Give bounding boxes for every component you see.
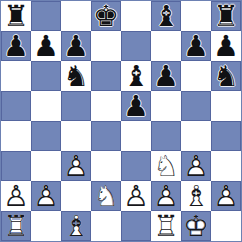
square-a1[interactable]: ♜♖ (1, 211, 31, 241)
white-bishop-icon: ♝♗ (61, 211, 91, 241)
square-f2[interactable]: ♟♙ (151, 181, 181, 211)
square-b8[interactable] (31, 1, 61, 31)
square-h3[interactable] (211, 151, 241, 181)
white-pawn-icon: ♟♙ (31, 181, 61, 211)
white-pawn-icon: ♟♙ (121, 181, 151, 211)
square-d3[interactable] (91, 151, 121, 181)
square-h7[interactable]: ♟ (211, 31, 241, 61)
square-c6[interactable]: ♞ (61, 61, 91, 91)
square-d6[interactable] (91, 61, 121, 91)
square-f3[interactable]: ♞♘ (151, 151, 181, 181)
square-d7[interactable] (91, 31, 121, 61)
black-pawn-icon: ♟ (61, 31, 91, 61)
square-e3[interactable] (121, 151, 151, 181)
square-a5[interactable] (1, 91, 31, 121)
black-pawn-icon: ♟ (1, 31, 31, 61)
black-knight-icon: ♞ (61, 61, 91, 91)
square-h4[interactable] (211, 121, 241, 151)
square-f7[interactable] (151, 31, 181, 61)
white-pawn-icon: ♟♙ (1, 181, 31, 211)
square-a8[interactable]: ♜ (1, 1, 31, 31)
square-b2[interactable]: ♟♙ (31, 181, 61, 211)
square-b6[interactable] (31, 61, 61, 91)
square-h8[interactable]: ♜ (211, 1, 241, 31)
square-g7[interactable]: ♟ (181, 31, 211, 61)
square-e7[interactable] (121, 31, 151, 61)
square-g6[interactable] (181, 61, 211, 91)
square-c3[interactable]: ♟♙ (61, 151, 91, 181)
square-d5[interactable] (91, 91, 121, 121)
square-a4[interactable] (1, 121, 31, 151)
square-f6[interactable]: ♟ (151, 61, 181, 91)
square-c4[interactable] (61, 121, 91, 151)
square-f1[interactable]: ♜♖ (151, 211, 181, 241)
white-rook-icon: ♜♖ (1, 211, 31, 241)
square-c1[interactable]: ♝♗ (61, 211, 91, 241)
square-g3[interactable]: ♟♙ (181, 151, 211, 181)
black-king-icon: ♚ (91, 1, 121, 31)
black-bishop-icon: ♝ (121, 61, 151, 91)
square-h6[interactable]: ♞ (211, 61, 241, 91)
square-e2[interactable]: ♟♙ (121, 181, 151, 211)
black-pawn-icon: ♟ (151, 61, 181, 91)
chess-board: ♜♚♝♜♟♟♟♟♟♞♝♟♞♟♟♙♞♘♟♙♟♙♟♙♞♘♟♙♟♙♝♗♟♙♜♖♝♗♜♖… (0, 0, 242, 242)
black-knight-icon: ♞ (211, 61, 241, 91)
square-e8[interactable] (121, 1, 151, 31)
white-pawn-icon: ♟♙ (61, 151, 91, 181)
square-d4[interactable] (91, 121, 121, 151)
black-rook-icon: ♜ (1, 1, 31, 31)
square-c2[interactable] (61, 181, 91, 211)
square-a3[interactable] (1, 151, 31, 181)
square-b7[interactable]: ♟ (31, 31, 61, 61)
square-b4[interactable] (31, 121, 61, 151)
white-knight-icon: ♞♘ (91, 181, 121, 211)
square-c8[interactable] (61, 1, 91, 31)
square-f5[interactable] (151, 91, 181, 121)
square-a7[interactable]: ♟ (1, 31, 31, 61)
square-d2[interactable]: ♞♘ (91, 181, 121, 211)
square-e1[interactable] (121, 211, 151, 241)
black-pawn-icon: ♟ (211, 31, 241, 61)
black-pawn-icon: ♟ (181, 31, 211, 61)
white-pawn-icon: ♟♙ (181, 151, 211, 181)
square-d8[interactable]: ♚ (91, 1, 121, 31)
square-d1[interactable] (91, 211, 121, 241)
square-c5[interactable] (61, 91, 91, 121)
square-g2[interactable]: ♝♗ (181, 181, 211, 211)
square-e6[interactable]: ♝ (121, 61, 151, 91)
white-bishop-icon: ♝♗ (181, 181, 211, 211)
square-g1[interactable]: ♚♔ (181, 211, 211, 241)
square-a6[interactable] (1, 61, 31, 91)
square-h1[interactable] (211, 211, 241, 241)
square-f4[interactable] (151, 121, 181, 151)
square-h5[interactable] (211, 91, 241, 121)
square-g8[interactable] (181, 1, 211, 31)
square-h2[interactable]: ♟♙ (211, 181, 241, 211)
white-rook-icon: ♜♖ (151, 211, 181, 241)
white-pawn-icon: ♟♙ (211, 181, 241, 211)
black-bishop-icon: ♝ (151, 1, 181, 31)
square-e5[interactable]: ♟ (121, 91, 151, 121)
square-g4[interactable] (181, 121, 211, 151)
square-e4[interactable] (121, 121, 151, 151)
white-king-icon: ♚♔ (181, 211, 211, 241)
square-b1[interactable] (31, 211, 61, 241)
square-a2[interactable]: ♟♙ (1, 181, 31, 211)
square-f8[interactable]: ♝ (151, 1, 181, 31)
black-pawn-icon: ♟ (121, 91, 151, 121)
white-knight-icon: ♞♘ (151, 151, 181, 181)
white-pawn-icon: ♟♙ (151, 181, 181, 211)
black-pawn-icon: ♟ (31, 31, 61, 61)
square-g5[interactable] (181, 91, 211, 121)
square-b5[interactable] (31, 91, 61, 121)
black-rook-icon: ♜ (211, 1, 241, 31)
square-c7[interactable]: ♟ (61, 31, 91, 61)
square-b3[interactable] (31, 151, 61, 181)
